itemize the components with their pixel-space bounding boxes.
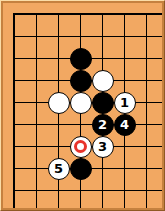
grid-line-vertical <box>146 13 147 208</box>
grid-line-horizontal <box>13 190 162 191</box>
board: 12435 <box>3 3 162 208</box>
black-stone <box>92 92 114 114</box>
black-stone <box>70 158 92 180</box>
circle-marker-icon <box>74 140 87 153</box>
board-edge-line-vertical <box>13 13 15 208</box>
white-stone-move-5: 5 <box>48 158 70 180</box>
white-stone <box>48 92 70 114</box>
board-edge-line-horizontal <box>13 13 162 15</box>
black-stone-move-2: 2 <box>92 114 114 136</box>
white-stone-move-1: 1 <box>114 92 136 114</box>
white-stone-circled <box>70 136 92 158</box>
move-number-label: 4 <box>120 118 129 131</box>
grid-line-horizontal <box>13 124 162 125</box>
move-number-label: 1 <box>120 96 129 109</box>
white-stone-move-3: 3 <box>92 136 114 158</box>
move-number-label: 2 <box>98 118 107 131</box>
move-number-label: 3 <box>98 140 107 153</box>
white-stone <box>70 92 92 114</box>
black-stone <box>70 48 92 70</box>
black-stone-move-4: 4 <box>114 114 136 136</box>
move-number-label: 5 <box>54 162 63 175</box>
white-stone <box>92 70 114 92</box>
go-diagram: 12435 <box>0 0 165 211</box>
grid-line-vertical <box>36 13 37 208</box>
black-stone <box>70 70 92 92</box>
grid-line-horizontal <box>13 36 162 37</box>
